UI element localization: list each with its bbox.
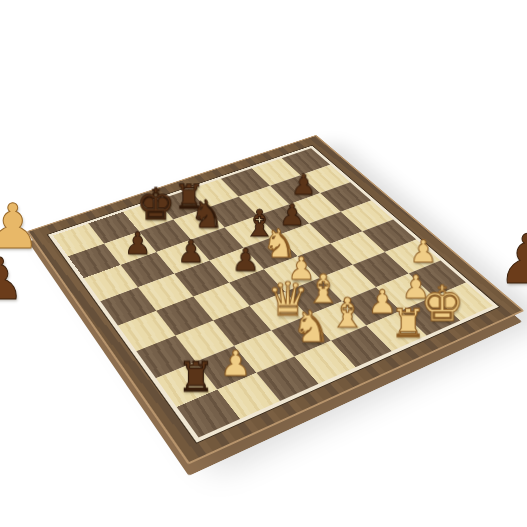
captured-black-pawn-right: ♟ [497,226,527,294]
board-frame: ♚♜♟♞♟♟♝♟♟♞♟♛♝♟♜♟♞♝♟♟♜♚ [26,135,524,465]
square-c5 [174,261,229,297]
square-d5: ♟ [209,248,263,283]
board-inlay-border: ♚♜♟♞♟♟♝♟♟♞♟♛♝♟♜♟♞♝♟♟♜♚ [46,145,500,444]
board-grid: ♚♜♟♞♟♟♝♟♟♞♟♛♝♟♜♟♞♝♟♟♜♚ [53,148,493,437]
chess-photo-scene: ♚♜♟♞♟♟♝♟♟♞♟♛♝♟♜♟♞♝♟♟♜♚ ♟♟♟ [0,0,527,527]
board-perspective-container: ♚♜♟♞♟♟♝♟♟♞♟♛♝♟♜♟♞♝♟♟♜♚ [8,72,519,452]
captured-black-pawn-left-lower: ♟ [0,250,25,308]
square-h3: ♟ [384,239,440,273]
square-a3 [136,336,195,379]
chess-board: ♚♜♟♞♟♟♝♟♟♞♟♛♝♟♜♟♞♝♟♟♜♚ [26,135,524,465]
square-h1 [433,283,492,321]
